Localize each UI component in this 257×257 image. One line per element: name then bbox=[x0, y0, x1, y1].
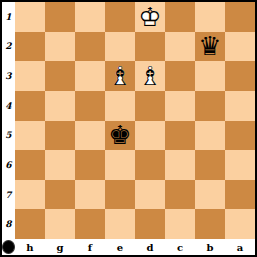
square-d8[interactable] bbox=[135, 209, 165, 239]
square-g8[interactable] bbox=[45, 209, 75, 239]
square-b3[interactable] bbox=[195, 61, 225, 91]
square-f8[interactable] bbox=[75, 209, 105, 239]
square-c8[interactable] bbox=[165, 209, 195, 239]
square-c7[interactable] bbox=[165, 180, 195, 210]
square-e4[interactable] bbox=[105, 91, 135, 121]
square-h4[interactable] bbox=[15, 91, 45, 121]
square-a8[interactable] bbox=[225, 209, 255, 239]
square-d6[interactable] bbox=[135, 150, 165, 180]
file-label-h: h bbox=[15, 239, 45, 255]
square-c4[interactable] bbox=[165, 91, 195, 121]
black-queen[interactable]: ♛ bbox=[195, 32, 225, 62]
square-b1[interactable] bbox=[195, 2, 225, 32]
rank-label-5: 5 bbox=[2, 121, 15, 151]
file-label-d: d bbox=[135, 239, 165, 255]
square-d3[interactable]: ♝♗ bbox=[135, 61, 165, 91]
square-f4[interactable] bbox=[75, 91, 105, 121]
turn-indicator-area bbox=[2, 239, 15, 255]
square-g2[interactable] bbox=[45, 32, 75, 62]
square-g3[interactable] bbox=[45, 61, 75, 91]
square-c5[interactable] bbox=[165, 121, 195, 151]
square-a1[interactable] bbox=[225, 2, 255, 32]
square-d5[interactable] bbox=[135, 121, 165, 151]
rank-label-3: 3 bbox=[2, 61, 15, 91]
square-a5[interactable] bbox=[225, 121, 255, 151]
square-d1[interactable]: ♚♔ bbox=[135, 2, 165, 32]
square-g5[interactable] bbox=[45, 121, 75, 151]
square-g7[interactable] bbox=[45, 180, 75, 210]
square-c1[interactable] bbox=[165, 2, 195, 32]
square-c2[interactable] bbox=[165, 32, 195, 62]
square-f3[interactable] bbox=[75, 61, 105, 91]
square-e6[interactable] bbox=[105, 150, 135, 180]
rank-label-7: 7 bbox=[2, 180, 15, 210]
file-label-b: b bbox=[195, 239, 225, 255]
square-d4[interactable] bbox=[135, 91, 165, 121]
square-f2[interactable] bbox=[75, 32, 105, 62]
rank-label-2: 2 bbox=[2, 32, 15, 62]
black-to-move-indicator bbox=[2, 240, 15, 254]
square-h6[interactable] bbox=[15, 150, 45, 180]
square-g1[interactable] bbox=[45, 2, 75, 32]
square-a7[interactable] bbox=[225, 180, 255, 210]
file-label-a: a bbox=[225, 239, 255, 255]
square-h8[interactable] bbox=[15, 209, 45, 239]
file-label-e: e bbox=[105, 239, 135, 255]
rank-label-1: 1 bbox=[2, 2, 15, 32]
white-bishop[interactable]: ♝♗ bbox=[105, 61, 135, 91]
square-f1[interactable] bbox=[75, 2, 105, 32]
square-e1[interactable] bbox=[105, 2, 135, 32]
rank-label-6: 6 bbox=[2, 150, 15, 180]
rank-label-4: 4 bbox=[2, 91, 15, 121]
square-f5[interactable] bbox=[75, 121, 105, 151]
square-e7[interactable] bbox=[105, 180, 135, 210]
black-king[interactable]: ♚ bbox=[105, 121, 135, 151]
square-g4[interactable] bbox=[45, 91, 75, 121]
square-f7[interactable] bbox=[75, 180, 105, 210]
square-h1[interactable] bbox=[15, 2, 45, 32]
square-b4[interactable] bbox=[195, 91, 225, 121]
square-a3[interactable] bbox=[225, 61, 255, 91]
file-labels: h g f e d c b a bbox=[15, 239, 255, 255]
square-e5[interactable]: ♚ bbox=[105, 121, 135, 151]
white-bishop[interactable]: ♝♗ bbox=[135, 61, 165, 91]
file-label-f: f bbox=[75, 239, 105, 255]
square-g6[interactable] bbox=[45, 150, 75, 180]
square-d2[interactable] bbox=[135, 32, 165, 62]
chess-board[interactable]: ♚♔♛♝♗♝♗♚ bbox=[15, 2, 255, 239]
square-h2[interactable] bbox=[15, 32, 45, 62]
square-h5[interactable] bbox=[15, 121, 45, 151]
white-king[interactable]: ♚♔ bbox=[135, 2, 165, 32]
rank-label-8: 8 bbox=[2, 209, 15, 239]
square-a2[interactable] bbox=[225, 32, 255, 62]
square-b8[interactable] bbox=[195, 209, 225, 239]
square-b5[interactable] bbox=[195, 121, 225, 151]
rank-labels: 1 2 3 4 5 6 7 8 bbox=[2, 2, 15, 239]
square-f6[interactable] bbox=[75, 150, 105, 180]
square-b2[interactable]: ♛ bbox=[195, 32, 225, 62]
square-e3[interactable]: ♝♗ bbox=[105, 61, 135, 91]
square-b6[interactable] bbox=[195, 150, 225, 180]
file-label-g: g bbox=[45, 239, 75, 255]
square-e8[interactable] bbox=[105, 209, 135, 239]
square-a4[interactable] bbox=[225, 91, 255, 121]
square-h7[interactable] bbox=[15, 180, 45, 210]
chess-diagram: 1 2 3 4 5 6 7 8 ♚♔♛♝♗♝♗♚ h g f e d c b a bbox=[0, 0, 257, 257]
square-b7[interactable] bbox=[195, 180, 225, 210]
square-e2[interactable] bbox=[105, 32, 135, 62]
square-a6[interactable] bbox=[225, 150, 255, 180]
square-c3[interactable] bbox=[165, 61, 195, 91]
square-c6[interactable] bbox=[165, 150, 195, 180]
square-d7[interactable] bbox=[135, 180, 165, 210]
file-label-c: c bbox=[165, 239, 195, 255]
square-h3[interactable] bbox=[15, 61, 45, 91]
